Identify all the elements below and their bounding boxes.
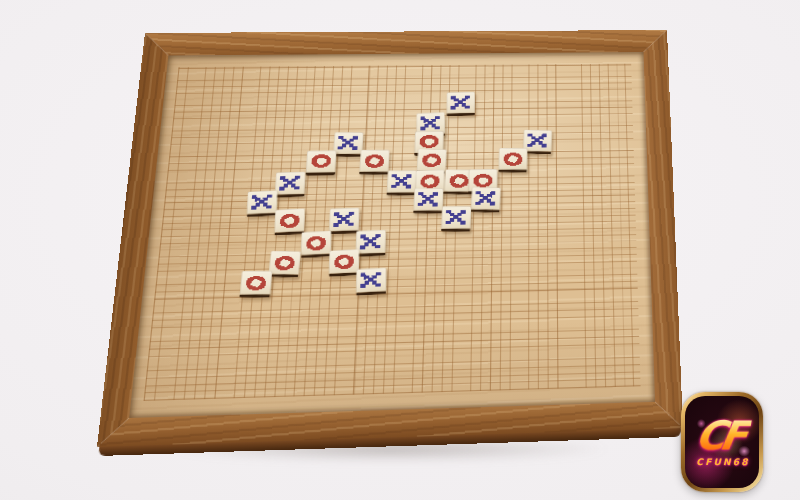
- o-ring-icon: [306, 235, 326, 250]
- x-cross-icon: [391, 174, 412, 188]
- tile-x-r6c7[interactable]: [441, 207, 471, 233]
- tile-o-r7c2[interactable]: [301, 230, 331, 258]
- tile-o-r6c1[interactable]: [274, 209, 304, 236]
- logo-background: CF CFUN68: [685, 396, 759, 488]
- o-ring-icon: [245, 276, 266, 291]
- tiles-layer: [97, 30, 683, 447]
- logo-monogram: CF: [692, 418, 751, 454]
- tile-x-r4c1[interactable]: [274, 172, 304, 198]
- o-ring-icon: [503, 152, 522, 165]
- o-ring-icon: [274, 255, 295, 269]
- x-cross-icon: [333, 212, 354, 227]
- o-ring-icon: [449, 174, 468, 188]
- o-ring-icon: [473, 173, 492, 187]
- cfun68-logo-badge: CF CFUN68: [681, 392, 763, 492]
- x-cross-icon: [279, 176, 300, 191]
- tile-x-r7c4[interactable]: [356, 229, 386, 256]
- x-cross-icon: [252, 195, 273, 210]
- tile-o-r3c2[interactable]: [306, 150, 336, 175]
- caro-game-board: [97, 30, 683, 447]
- x-cross-icon: [476, 191, 496, 205]
- x-cross-icon: [418, 193, 439, 207]
- tile-x-r6c3[interactable]: [328, 208, 358, 235]
- tile-x-r9c4[interactable]: [356, 268, 386, 296]
- o-ring-icon: [422, 153, 441, 167]
- o-ring-icon: [279, 213, 299, 228]
- x-cross-icon: [360, 234, 381, 249]
- o-ring-icon: [420, 135, 439, 148]
- x-cross-icon: [450, 96, 469, 110]
- tile-x-r4c5[interactable]: [386, 170, 416, 195]
- tile-o-r9c0[interactable]: [239, 271, 272, 298]
- tile-x-r2c10[interactable]: [523, 129, 552, 154]
- tile-x-r5c6[interactable]: [413, 188, 443, 213]
- tile-x-r0c7[interactable]: [446, 92, 474, 117]
- x-cross-icon: [528, 133, 548, 147]
- x-cross-icon: [361, 272, 382, 288]
- tile-x-r5c0[interactable]: [247, 190, 277, 217]
- tile-x-r2c3[interactable]: [332, 132, 362, 157]
- tile-o-r3c4[interactable]: [359, 150, 389, 175]
- x-cross-icon: [445, 211, 465, 225]
- o-ring-icon: [311, 154, 331, 168]
- o-ring-icon: [420, 174, 439, 188]
- tile-o-r3c9[interactable]: [498, 148, 527, 173]
- tile-x-r5c8[interactable]: [471, 187, 501, 213]
- tile-o-r8c1[interactable]: [268, 251, 301, 278]
- o-ring-icon: [365, 154, 385, 167]
- x-cross-icon: [337, 136, 358, 150]
- tile-o-r8c3[interactable]: [328, 249, 358, 277]
- x-cross-icon: [421, 116, 441, 130]
- photo-scene: CF CFUN68: [0, 0, 800, 500]
- o-ring-icon: [334, 254, 354, 269]
